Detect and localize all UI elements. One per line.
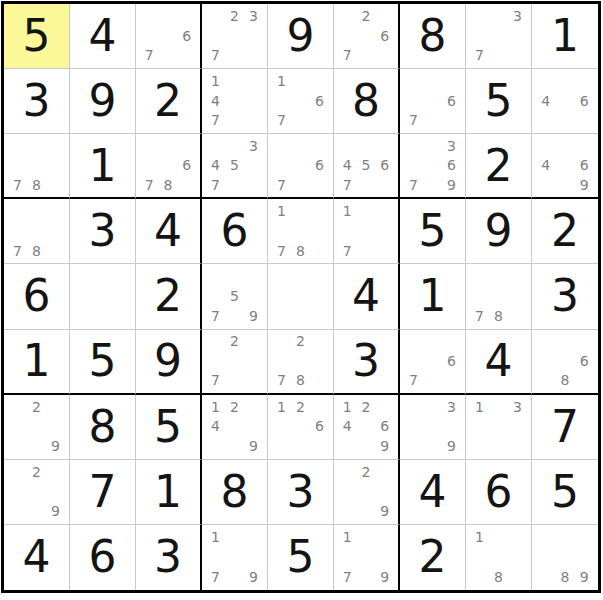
cell-value: 4 [419, 470, 447, 514]
cell-r2c2[interactable]: 9 [70, 69, 136, 134]
cell-r7c3[interactable]: 5 [136, 395, 202, 460]
cell-r3c9[interactable]: 469 [532, 134, 598, 199]
cell-r8c6[interactable]: 29 [334, 460, 400, 525]
cell-value: 3 [23, 79, 51, 123]
candidate-digit: 8 [291, 370, 310, 389]
candidate-digit: 1 [206, 71, 225, 91]
cell-r1c8[interactable]: 37 [466, 4, 532, 69]
candidate-digit: 8 [27, 241, 46, 261]
candidate-digit: 7 [404, 111, 423, 131]
candidate-digit: 6 [442, 351, 461, 370]
candidate-digit: 7 [206, 175, 225, 194]
cell-value: 9 [154, 339, 182, 383]
candidate-digit: 8 [27, 175, 46, 194]
cell-r9c7[interactable]: 2 [400, 525, 466, 590]
pencil-marks: 29 [8, 397, 65, 456]
cell-r5c1[interactable]: 6 [4, 264, 70, 329]
cell-r6c2[interactable]: 5 [70, 330, 136, 395]
candidate-digit: 1 [206, 527, 225, 547]
candidate-digit: 7 [206, 45, 225, 65]
candidate-digit: 6 [375, 156, 394, 175]
candidate-digit: 9 [375, 436, 394, 456]
candidate-digit: 5 [225, 156, 244, 175]
cell-r6c7[interactable]: 67 [400, 330, 466, 395]
cell-r4c8[interactable]: 9 [466, 199, 532, 264]
pencil-marks: 278 [272, 332, 329, 390]
cell-value: 3 [551, 274, 579, 318]
candidate-digit: 6 [442, 91, 461, 111]
candidate-digit: 4 [206, 416, 225, 436]
cell-r6c4[interactable]: 27 [202, 330, 268, 395]
cell-value: 8 [419, 14, 447, 58]
pencil-marks: 469 [536, 136, 594, 194]
cell-value: 4 [89, 14, 117, 58]
candidate-digit: 6 [177, 156, 196, 175]
cell-r9c2[interactable]: 6 [70, 525, 136, 590]
candidate-digit: 2 [357, 6, 376, 26]
pencil-marks: 78 [8, 136, 65, 194]
cell-r7c4[interactable]: 1249 [202, 395, 268, 460]
pencil-marks: 18 [470, 527, 527, 587]
cell-r1c3[interactable]: 67 [136, 4, 202, 69]
pencil-marks [272, 266, 329, 325]
candidate-digit: 7 [404, 175, 423, 194]
candidate-digit: 9 [375, 567, 394, 587]
pencil-marks: 37 [470, 6, 527, 65]
pencil-marks: 78 [470, 266, 527, 325]
candidate-digit: 1 [338, 527, 357, 547]
cell-r2c8[interactable]: 5 [466, 69, 532, 134]
candidate-digit: 7 [338, 45, 357, 65]
pencil-marks: 3457 [206, 136, 263, 194]
candidate-digit: 8 [489, 306, 508, 326]
candidate-digit: 6 [442, 156, 461, 175]
candidate-digit: 4 [536, 91, 555, 111]
cell-value: 5 [89, 339, 117, 383]
cell-r5c7[interactable]: 1 [400, 264, 466, 329]
candidate-digit: 3 [442, 136, 461, 155]
candidate-digit: 7 [140, 45, 159, 65]
cell-r2c3[interactable]: 2 [136, 69, 202, 134]
candidate-digit: 8 [291, 241, 310, 261]
cell-r8c8[interactable]: 6 [466, 460, 532, 525]
candidate-digit: 3 [508, 6, 527, 26]
cell-r5c2[interactable] [70, 264, 136, 329]
cell-r7c9[interactable]: 7 [532, 395, 598, 460]
candidate-digit: 6 [375, 416, 394, 436]
candidate-digit: 4 [206, 156, 225, 175]
candidate-digit: 1 [470, 397, 489, 417]
pencil-marks: 12469 [338, 397, 394, 456]
cell-value: 8 [221, 470, 249, 514]
pencil-marks: 46 [536, 71, 594, 130]
cell-r4c2[interactable]: 3 [70, 199, 136, 264]
cell-r2c1[interactable]: 3 [4, 69, 70, 134]
cell-r7c6[interactable]: 12469 [334, 395, 400, 460]
cell-r3c3[interactable]: 678 [136, 134, 202, 199]
cell-r4c7[interactable]: 5 [400, 199, 466, 264]
cell-r4c6[interactable]: 17 [334, 199, 400, 264]
pencil-marks: 3679 [404, 136, 461, 194]
pencil-marks: 78 [8, 201, 65, 260]
cell-value: 3 [287, 470, 315, 514]
cell-r9c4[interactable]: 179 [202, 525, 268, 590]
cell-value: 3 [89, 209, 117, 253]
cell-r2c5[interactable]: 167 [268, 69, 334, 134]
cell-r3c2[interactable]: 1 [70, 134, 136, 199]
candidate-digit: 7 [272, 111, 291, 131]
pencil-marks: 27 [206, 332, 263, 390]
candidate-digit: 7 [8, 175, 27, 194]
cell-r5c5[interactable] [268, 264, 334, 329]
pencil-marks: 29 [8, 462, 65, 521]
cell-value: 2 [154, 79, 182, 123]
candidate-digit: 9 [244, 306, 263, 326]
candidate-digit: 1 [470, 527, 489, 547]
cell-value: 2 [154, 274, 182, 318]
cell-r8c4[interactable]: 8 [202, 460, 268, 525]
candidate-digit: 6 [310, 416, 329, 436]
candidate-digit: 7 [338, 567, 357, 587]
cell-value: 6 [89, 535, 117, 579]
candidate-digit: 6 [177, 26, 196, 46]
candidate-digit: 6 [575, 156, 594, 175]
pencil-marks: 67 [272, 136, 329, 194]
cell-r3c6[interactable]: 4567 [334, 134, 400, 199]
cell-r5c3[interactable]: 2 [136, 264, 202, 329]
pencil-marks: 126 [272, 397, 329, 456]
cell-r4c1[interactable]: 78 [4, 199, 70, 264]
cell-r9c3[interactable]: 3 [136, 525, 202, 590]
cell-value: 4 [485, 339, 513, 383]
cell-r8c5[interactable]: 3 [268, 460, 334, 525]
cell-r1c2[interactable]: 4 [70, 4, 136, 69]
cell-r4c5[interactable]: 178 [268, 199, 334, 264]
candidate-digit: 7 [206, 111, 225, 131]
candidate-digit: 7 [338, 175, 357, 194]
candidate-digit: 7 [140, 175, 159, 194]
cell-r8c1[interactable]: 29 [4, 460, 70, 525]
pencil-marks [74, 266, 131, 325]
candidate-digit: 4 [338, 156, 357, 175]
cell-value: 5 [23, 14, 51, 58]
cell-r8c7[interactable]: 4 [400, 460, 466, 525]
candidate-digit: 7 [404, 370, 423, 389]
cell-value: 7 [551, 405, 579, 449]
candidate-digit: 7 [338, 241, 357, 261]
cell-r6c6[interactable]: 3 [334, 330, 400, 395]
pencil-marks: 147 [206, 71, 263, 130]
cell-r9c8[interactable]: 18 [466, 525, 532, 590]
candidate-digit: 8 [159, 175, 178, 194]
pencil-marks: 67 [404, 71, 461, 130]
cell-value: 5 [551, 470, 579, 514]
candidate-digit: 9 [244, 436, 263, 456]
cell-value: 3 [352, 339, 380, 383]
cell-r6c5[interactable]: 278 [268, 330, 334, 395]
cell-value: 2 [419, 535, 447, 579]
cell-r9c1[interactable]: 4 [4, 525, 70, 590]
candidate-digit: 9 [46, 436, 65, 456]
candidate-digit: 1 [338, 201, 357, 221]
cell-value: 9 [485, 209, 513, 253]
candidate-digit: 5 [225, 286, 244, 306]
cell-r6c9[interactable]: 68 [532, 330, 598, 395]
cell-r5c6[interactable]: 4 [334, 264, 400, 329]
cell-value: 9 [89, 79, 117, 123]
candidate-digit: 1 [206, 397, 225, 417]
cell-r8c2[interactable]: 7 [70, 460, 136, 525]
pencil-marks: 267 [338, 6, 394, 65]
cell-value: 5 [419, 209, 447, 253]
cell-r9c5[interactable]: 5 [268, 525, 334, 590]
candidate-digit: 3 [244, 6, 263, 26]
cell-value: 4 [352, 274, 380, 318]
pencil-marks: 4567 [338, 136, 394, 194]
cell-r7c5[interactable]: 126 [268, 395, 334, 460]
candidate-digit: 9 [575, 175, 594, 194]
cell-value: 8 [89, 405, 117, 449]
candidate-digit: 7 [206, 567, 225, 587]
candidate-digit: 8 [555, 567, 574, 587]
candidate-digit: 3 [244, 136, 263, 155]
candidate-digit: 2 [357, 462, 376, 482]
candidate-digit: 2 [27, 397, 46, 417]
cell-r3c7[interactable]: 3679 [400, 134, 466, 199]
cell-r7c7[interactable]: 39 [400, 395, 466, 460]
candidate-digit: 2 [225, 397, 244, 417]
cell-r5c8[interactable]: 78 [466, 264, 532, 329]
cell-r6c1[interactable]: 1 [4, 330, 70, 395]
candidate-digit: 1 [272, 397, 291, 417]
cell-r3c1[interactable]: 78 [4, 134, 70, 199]
pencil-marks: 89 [536, 527, 594, 587]
pencil-marks: 167 [272, 71, 329, 130]
candidate-digit: 7 [272, 175, 291, 194]
pencil-marks: 179 [338, 527, 394, 587]
candidate-digit: 7 [470, 306, 489, 326]
cell-value: 5 [485, 79, 513, 123]
candidate-digit: 9 [244, 567, 263, 587]
candidate-digit: 7 [206, 306, 225, 326]
candidate-digit: 6 [575, 351, 594, 370]
cell-value: 5 [287, 535, 315, 579]
candidate-digit: 7 [206, 370, 225, 389]
cell-r7c2[interactable]: 8 [70, 395, 136, 460]
pencil-marks: 39 [404, 397, 461, 456]
candidate-digit: 2 [291, 332, 310, 351]
cell-r2c6[interactable]: 8 [334, 69, 400, 134]
cell-r1c6[interactable]: 267 [334, 4, 400, 69]
pencil-marks: 17 [338, 201, 394, 260]
cell-value: 2 [485, 144, 513, 188]
cell-r2c4[interactable]: 147 [202, 69, 268, 134]
candidate-digit: 5 [357, 156, 376, 175]
candidate-digit: 1 [272, 71, 291, 91]
candidate-digit: 1 [338, 397, 357, 417]
candidate-digit: 7 [8, 241, 27, 261]
pencil-marks: 179 [206, 527, 263, 587]
candidate-digit: 9 [46, 501, 65, 521]
candidate-digit: 6 [310, 156, 329, 175]
candidate-digit: 9 [442, 175, 461, 194]
cell-r1c1[interactable]: 5 [4, 4, 70, 69]
candidate-digit: 2 [225, 332, 244, 351]
cell-value: 1 [551, 14, 579, 58]
cell-value: 1 [89, 144, 117, 188]
pencil-marks: 237 [206, 6, 263, 65]
candidate-digit: 6 [375, 26, 394, 46]
pencil-marks: 1249 [206, 397, 263, 456]
cell-r5c9[interactable]: 3 [532, 264, 598, 329]
pencil-marks: 67 [404, 332, 461, 390]
candidate-digit: 7 [272, 241, 291, 261]
cell-r4c3[interactable]: 4 [136, 199, 202, 264]
cell-r7c8[interactable]: 13 [466, 395, 532, 460]
pencil-marks: 13 [470, 397, 527, 456]
cell-value: 2 [551, 209, 579, 253]
cell-value: 1 [23, 339, 51, 383]
candidate-digit: 9 [375, 501, 394, 521]
pencil-marks: 67 [140, 6, 196, 65]
pencil-marks: 29 [338, 462, 394, 521]
cell-r4c9[interactable]: 2 [532, 199, 598, 264]
cell-value: 1 [154, 470, 182, 514]
candidate-digit: 2 [225, 6, 244, 26]
cell-value: 4 [23, 535, 51, 579]
candidate-digit: 9 [575, 567, 594, 587]
cell-value: 6 [221, 209, 249, 253]
cell-r6c8[interactable]: 4 [466, 330, 532, 395]
candidate-digit: 8 [489, 567, 508, 587]
pencil-marks: 178 [272, 201, 329, 260]
candidate-digit: 9 [442, 436, 461, 456]
cell-value: 8 [352, 79, 380, 123]
pencil-marks: 579 [206, 266, 263, 325]
cell-value: 3 [154, 535, 182, 579]
cell-value: 5 [154, 405, 182, 449]
candidate-digit: 2 [27, 462, 46, 482]
candidate-digit: 8 [555, 370, 574, 389]
candidate-digit: 6 [575, 91, 594, 111]
cell-r5c4[interactable]: 579 [202, 264, 268, 329]
cell-r9c9[interactable]: 89 [532, 525, 598, 590]
candidate-digit: 2 [357, 397, 376, 417]
candidate-digit: 7 [470, 45, 489, 65]
pencil-marks: 678 [140, 136, 196, 194]
cell-r7c1[interactable]: 29 [4, 395, 70, 460]
cell-r2c9[interactable]: 46 [532, 69, 598, 134]
candidate-digit: 6 [310, 91, 329, 111]
candidate-digit: 4 [206, 91, 225, 111]
cell-value: 6 [23, 274, 51, 318]
cell-r9c6[interactable]: 179 [334, 525, 400, 590]
candidate-digit: 7 [272, 370, 291, 389]
cell-r1c4[interactable]: 237 [202, 4, 268, 69]
cell-r3c4[interactable]: 3457 [202, 134, 268, 199]
cell-r1c5[interactable]: 9 [268, 4, 334, 69]
cell-r8c3[interactable]: 1 [136, 460, 202, 525]
cell-r2c7[interactable]: 67 [400, 69, 466, 134]
cell-value: 7 [89, 470, 117, 514]
cell-r3c8[interactable]: 2 [466, 134, 532, 199]
candidate-digit: 3 [442, 397, 461, 417]
cell-value: 4 [154, 209, 182, 253]
cell-r6c3[interactable]: 9 [136, 330, 202, 395]
candidate-digit: 4 [536, 156, 555, 175]
candidate-digit: 1 [272, 201, 291, 221]
sudoku-board: 5467237926783713921471678675467816783457… [1, 1, 601, 593]
pencil-marks: 68 [536, 332, 594, 390]
cell-r1c7[interactable]: 8 [400, 4, 466, 69]
cell-r1c9[interactable]: 1 [532, 4, 598, 69]
cell-r3c5[interactable]: 67 [268, 134, 334, 199]
cell-r8c9[interactable]: 5 [532, 460, 598, 525]
cell-value: 6 [485, 470, 513, 514]
candidate-digit: 2 [291, 397, 310, 417]
cell-value: 9 [287, 14, 315, 58]
candidate-digit: 4 [338, 416, 357, 436]
cell-r4c4[interactable]: 6 [202, 199, 268, 264]
candidate-digit: 3 [508, 397, 527, 417]
cell-value: 1 [419, 274, 447, 318]
